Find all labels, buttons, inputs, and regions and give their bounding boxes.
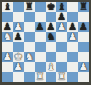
square-h8[interactable]: ♜ <box>78 2 89 12</box>
piece-black-pawn: ♟ <box>14 32 23 42</box>
square-a5[interactable]: ♞ <box>2 32 13 42</box>
square-a1[interactable] <box>2 72 13 82</box>
square-f7[interactable]: ♟ <box>56 12 67 22</box>
piece-black-pawn: ♟ <box>46 22 55 32</box>
piece-white-bishop: ♝ <box>46 62 55 72</box>
square-f3[interactable] <box>56 52 67 62</box>
square-f6[interactable]: ♟ <box>56 22 67 32</box>
piece-white-pawn: ♟ <box>3 52 12 62</box>
square-f8[interactable]: ♝ <box>56 2 67 12</box>
square-e4[interactable] <box>46 42 57 52</box>
piece-black-pawn: ♟ <box>57 12 66 22</box>
piece-black-pawn: ♟ <box>68 22 77 32</box>
square-a8[interactable]: ♝ <box>2 2 13 12</box>
square-f4[interactable] <box>56 42 67 52</box>
square-h6[interactable]: ♟ <box>78 22 89 32</box>
piece-black-pawn: ♟ <box>36 22 45 32</box>
square-a4[interactable] <box>2 42 13 52</box>
square-d5[interactable] <box>35 32 46 42</box>
square-h1[interactable] <box>78 72 89 82</box>
piece-white-knight: ♞ <box>25 52 34 62</box>
square-h2[interactable]: ♟ <box>78 62 89 72</box>
square-d6[interactable]: ♟ <box>35 22 46 32</box>
board-frame: ♝♜♚♝♜♟♟♟♟♟♟♟♟♞♟♞♟♟♚♞♟♝♟♜♜ <box>0 0 91 85</box>
square-g7[interactable] <box>67 12 78 22</box>
piece-white-pawn: ♟ <box>57 22 66 32</box>
piece-black-rook: ♜ <box>25 2 34 12</box>
square-c6[interactable] <box>24 22 35 32</box>
square-c5[interactable] <box>24 32 35 42</box>
square-b4[interactable] <box>13 42 24 52</box>
square-d8[interactable] <box>35 2 46 12</box>
square-b1[interactable] <box>13 72 24 82</box>
square-f1[interactable]: ♜ <box>56 72 67 82</box>
piece-white-rook: ♜ <box>36 72 45 82</box>
chess-board: ♝♜♚♝♜♟♟♟♟♟♟♟♟♞♟♞♟♟♚♞♟♝♟♜♜ <box>2 2 89 82</box>
square-f2[interactable] <box>56 62 67 72</box>
square-d2[interactable] <box>35 62 46 72</box>
square-c7[interactable] <box>24 12 35 22</box>
square-g4[interactable] <box>67 42 78 52</box>
square-h7[interactable] <box>78 12 89 22</box>
square-b5[interactable]: ♟ <box>13 32 24 42</box>
square-e8[interactable]: ♚ <box>46 2 57 12</box>
square-b2[interactable]: ♟ <box>13 62 24 72</box>
square-d1[interactable]: ♜ <box>35 72 46 82</box>
square-a2[interactable] <box>2 62 13 72</box>
square-b3[interactable]: ♚ <box>13 52 24 62</box>
square-c2[interactable] <box>24 62 35 72</box>
square-e7[interactable] <box>46 12 57 22</box>
square-g6[interactable]: ♟ <box>67 22 78 32</box>
square-g2[interactable] <box>67 62 78 72</box>
piece-white-rook: ♜ <box>57 72 66 82</box>
square-e2[interactable]: ♝ <box>46 62 57 72</box>
square-c4[interactable] <box>24 42 35 52</box>
square-e6[interactable]: ♟ <box>46 22 57 32</box>
square-f5[interactable] <box>56 32 67 42</box>
square-a3[interactable]: ♟ <box>2 52 13 62</box>
piece-white-king: ♚ <box>14 52 23 62</box>
square-a6[interactable]: ♟ <box>2 22 13 32</box>
square-g3[interactable] <box>67 52 78 62</box>
square-d4[interactable] <box>35 42 46 52</box>
piece-white-pawn: ♟ <box>14 62 23 72</box>
square-e5[interactable]: ♞ <box>46 32 57 42</box>
piece-black-knight: ♞ <box>46 32 55 42</box>
square-h5[interactable] <box>78 32 89 42</box>
piece-black-bishop: ♝ <box>3 2 12 12</box>
square-c8[interactable]: ♜ <box>24 2 35 12</box>
piece-white-pawn: ♟ <box>14 22 23 32</box>
piece-white-pawn: ♟ <box>68 32 77 42</box>
square-g5[interactable]: ♟ <box>67 32 78 42</box>
square-e1[interactable] <box>46 72 57 82</box>
square-a7[interactable] <box>2 12 13 22</box>
piece-white-pawn: ♟ <box>79 62 88 72</box>
piece-black-pawn: ♟ <box>79 22 88 32</box>
piece-black-king: ♚ <box>46 2 55 12</box>
square-d7[interactable] <box>35 12 46 22</box>
square-d3[interactable] <box>35 52 46 62</box>
piece-black-rook: ♜ <box>79 2 88 12</box>
piece-black-bishop: ♝ <box>57 2 66 12</box>
square-e3[interactable] <box>46 52 57 62</box>
square-g1[interactable] <box>67 72 78 82</box>
square-b8[interactable] <box>13 2 24 12</box>
square-h4[interactable] <box>78 42 89 52</box>
piece-black-pawn: ♟ <box>3 22 12 32</box>
square-c1[interactable] <box>24 72 35 82</box>
square-h3[interactable] <box>78 52 89 62</box>
square-c3[interactable]: ♞ <box>24 52 35 62</box>
square-b7[interactable] <box>13 12 24 22</box>
square-b6[interactable]: ♟ <box>13 22 24 32</box>
square-g8[interactable] <box>67 2 78 12</box>
piece-white-knight: ♞ <box>3 32 12 42</box>
